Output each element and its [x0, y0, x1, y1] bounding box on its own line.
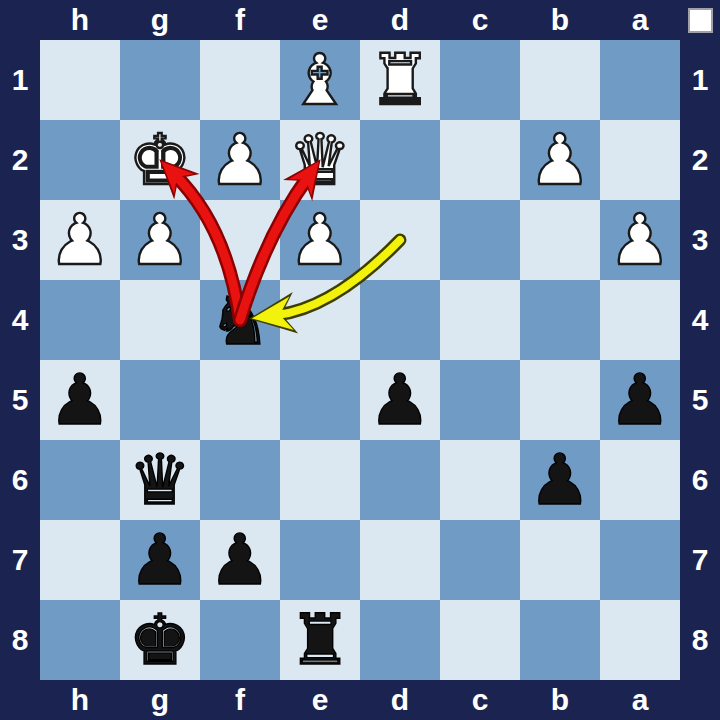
- chess-board-grid: hgfedcba1♝♜12♚♟♛♟23♟♟♟♟34♞45♟♟♟56♛♟67♟♟7…: [0, 0, 720, 720]
- rank-label-right-5: 5: [680, 360, 720, 440]
- square-f4[interactable]: ♞: [200, 280, 280, 360]
- piece-black-pawn[interactable]: ♟: [209, 520, 272, 600]
- corner-top-right: [680, 0, 720, 40]
- piece-black-pawn[interactable]: ♟: [529, 440, 592, 520]
- square-a5[interactable]: ♟: [600, 360, 680, 440]
- corner-cell: [0, 0, 40, 40]
- square-b3[interactable]: [520, 200, 600, 280]
- square-d8[interactable]: [360, 600, 440, 680]
- file-label-bottom-f: f: [200, 680, 280, 720]
- square-a3[interactable]: ♟: [600, 200, 680, 280]
- square-g2[interactable]: ♚: [120, 120, 200, 200]
- square-a7[interactable]: [600, 520, 680, 600]
- rank-label-left-7: 7: [0, 520, 40, 600]
- piece-black-pawn[interactable]: ♟: [129, 520, 192, 600]
- white-square-icon[interactable]: [688, 8, 713, 33]
- square-d4[interactable]: [360, 280, 440, 360]
- square-g4[interactable]: [120, 280, 200, 360]
- square-c5[interactable]: [440, 360, 520, 440]
- corner-cell: [0, 680, 40, 720]
- square-d2[interactable]: [360, 120, 440, 200]
- piece-black-queen[interactable]: ♛: [129, 440, 192, 520]
- piece-white-pawn[interactable]: ♟: [289, 200, 352, 280]
- square-e6[interactable]: [280, 440, 360, 520]
- square-h2[interactable]: [40, 120, 120, 200]
- square-f6[interactable]: [200, 440, 280, 520]
- file-label-bottom-b: b: [520, 680, 600, 720]
- square-g6[interactable]: ♛: [120, 440, 200, 520]
- square-h6[interactable]: [40, 440, 120, 520]
- rank-label-right-8: 8: [680, 600, 720, 680]
- square-h3[interactable]: ♟: [40, 200, 120, 280]
- piece-white-pawn[interactable]: ♟: [609, 200, 672, 280]
- square-c8[interactable]: [440, 600, 520, 680]
- rank-label-right-4: 4: [680, 280, 720, 360]
- square-c3[interactable]: [440, 200, 520, 280]
- piece-white-king[interactable]: ♚: [129, 120, 192, 200]
- square-g5[interactable]: [120, 360, 200, 440]
- square-h8[interactable]: [40, 600, 120, 680]
- rank-label-right-7: 7: [680, 520, 720, 600]
- square-g7[interactable]: ♟: [120, 520, 200, 600]
- rank-label-left-1: 1: [0, 40, 40, 120]
- file-label-bottom-h: h: [40, 680, 120, 720]
- square-e5[interactable]: [280, 360, 360, 440]
- square-h7[interactable]: [40, 520, 120, 600]
- file-label-top-h: h: [40, 0, 120, 40]
- piece-black-rook[interactable]: ♜: [289, 600, 352, 680]
- corner-cell: [680, 680, 720, 720]
- file-label-top-f: f: [200, 0, 280, 40]
- square-a2[interactable]: [600, 120, 680, 200]
- rank-label-left-6: 6: [0, 440, 40, 520]
- square-b7[interactable]: [520, 520, 600, 600]
- square-d5[interactable]: ♟: [360, 360, 440, 440]
- chess-diagram: hgfedcba1♝♜12♚♟♛♟23♟♟♟♟34♞45♟♟♟56♛♟67♟♟7…: [0, 0, 720, 720]
- square-b4[interactable]: [520, 280, 600, 360]
- piece-black-king[interactable]: ♚: [129, 600, 192, 680]
- square-a1[interactable]: [600, 40, 680, 120]
- square-d7[interactable]: [360, 520, 440, 600]
- square-f3[interactable]: [200, 200, 280, 280]
- file-label-bottom-g: g: [120, 680, 200, 720]
- square-f2[interactable]: ♟: [200, 120, 280, 200]
- file-label-bottom-e: e: [280, 680, 360, 720]
- square-f8[interactable]: [200, 600, 280, 680]
- square-g3[interactable]: ♟: [120, 200, 200, 280]
- piece-black-pawn[interactable]: ♟: [609, 360, 672, 440]
- square-d3[interactable]: [360, 200, 440, 280]
- rank-label-left-5: 5: [0, 360, 40, 440]
- square-f1[interactable]: [200, 40, 280, 120]
- square-e1[interactable]: ♝: [280, 40, 360, 120]
- square-b6[interactable]: ♟: [520, 440, 600, 520]
- square-a6[interactable]: [600, 440, 680, 520]
- file-label-top-e: e: [280, 0, 360, 40]
- square-c1[interactable]: [440, 40, 520, 120]
- rank-label-left-3: 3: [0, 200, 40, 280]
- square-g1[interactable]: [120, 40, 200, 120]
- file-label-bottom-d: d: [360, 680, 440, 720]
- square-b2[interactable]: ♟: [520, 120, 600, 200]
- rank-label-right-2: 2: [680, 120, 720, 200]
- file-label-bottom-a: a: [600, 680, 680, 720]
- rank-label-right-3: 3: [680, 200, 720, 280]
- file-label-bottom-c: c: [440, 680, 520, 720]
- square-d6[interactable]: [360, 440, 440, 520]
- square-f5[interactable]: [200, 360, 280, 440]
- piece-white-pawn[interactable]: ♟: [529, 120, 592, 200]
- file-label-top-g: g: [120, 0, 200, 40]
- square-a8[interactable]: [600, 600, 680, 680]
- file-label-top-a: a: [600, 0, 680, 40]
- square-e4[interactable]: [280, 280, 360, 360]
- rank-label-left-4: 4: [0, 280, 40, 360]
- square-h4[interactable]: [40, 280, 120, 360]
- file-label-top-d: d: [360, 0, 440, 40]
- piece-black-pawn[interactable]: ♟: [49, 360, 112, 440]
- square-h5[interactable]: ♟: [40, 360, 120, 440]
- piece-white-rook[interactable]: ♜: [369, 40, 432, 120]
- square-h1[interactable]: [40, 40, 120, 120]
- square-g8[interactable]: ♚: [120, 600, 200, 680]
- square-b1[interactable]: [520, 40, 600, 120]
- piece-white-pawn[interactable]: ♟: [209, 120, 272, 200]
- square-c7[interactable]: [440, 520, 520, 600]
- square-c2[interactable]: [440, 120, 520, 200]
- rank-label-right-1: 1: [680, 40, 720, 120]
- piece-white-pawn[interactable]: ♟: [129, 200, 192, 280]
- square-f7[interactable]: ♟: [200, 520, 280, 600]
- square-b8[interactable]: [520, 600, 600, 680]
- square-e8[interactable]: ♜: [280, 600, 360, 680]
- square-c4[interactable]: [440, 280, 520, 360]
- rank-label-right-6: 6: [680, 440, 720, 520]
- piece-black-pawn[interactable]: ♟: [369, 360, 432, 440]
- rank-label-left-2: 2: [0, 120, 40, 200]
- piece-black-knight[interactable]: ♞: [209, 280, 272, 360]
- piece-white-queen[interactable]: ♛: [289, 120, 352, 200]
- square-e3[interactable]: ♟: [280, 200, 360, 280]
- piece-white-pawn[interactable]: ♟: [49, 200, 112, 280]
- square-e2[interactable]: ♛: [280, 120, 360, 200]
- file-label-top-c: c: [440, 0, 520, 40]
- rank-label-left-8: 8: [0, 600, 40, 680]
- square-d1[interactable]: ♜: [360, 40, 440, 120]
- piece-white-bishop[interactable]: ♝: [289, 40, 352, 120]
- square-c6[interactable]: [440, 440, 520, 520]
- square-b5[interactable]: [520, 360, 600, 440]
- square-e7[interactable]: [280, 520, 360, 600]
- file-label-top-b: b: [520, 0, 600, 40]
- square-a4[interactable]: [600, 280, 680, 360]
